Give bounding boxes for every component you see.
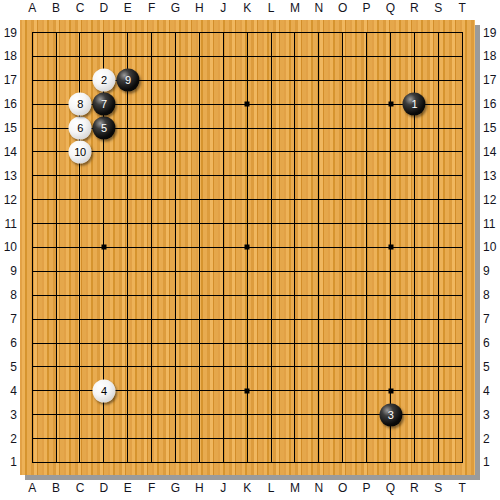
coord-label-row-right: 3 bbox=[483, 408, 490, 422]
star-point bbox=[245, 388, 250, 393]
coord-label-row-left: 2 bbox=[0, 432, 17, 446]
coord-label-column-bottom: H bbox=[195, 481, 204, 495]
stone-move-2: 2 bbox=[92, 69, 115, 92]
star-point bbox=[388, 102, 393, 107]
grid-line-vertical bbox=[318, 32, 319, 463]
stone-move-10: 10 bbox=[68, 140, 91, 163]
coord-label-row-right: 12 bbox=[483, 193, 496, 207]
grid-line-vertical bbox=[342, 32, 343, 463]
grid-line-horizontal bbox=[32, 438, 463, 439]
coord-label-column-top: B bbox=[52, 1, 60, 15]
coord-label-row-right: 6 bbox=[483, 336, 490, 350]
coord-label-column-top: E bbox=[124, 1, 132, 15]
coord-label-column-top: J bbox=[220, 1, 226, 15]
coord-label-row-right: 11 bbox=[483, 217, 495, 231]
coord-label-column-bottom: E bbox=[124, 481, 132, 495]
coord-label-row-right: 8 bbox=[483, 288, 490, 302]
coord-label-column-top: N bbox=[315, 1, 324, 15]
stone-number: 5 bbox=[101, 123, 107, 134]
coord-label-column-bottom: C bbox=[76, 481, 85, 495]
stone-number: 6 bbox=[77, 123, 83, 134]
stone-move-5: 5 bbox=[92, 117, 115, 140]
coord-label-row-left: 11 bbox=[0, 217, 17, 231]
coord-label-row-right: 9 bbox=[483, 264, 490, 278]
coord-label-row-left: 19 bbox=[0, 26, 17, 40]
coord-label-column-top: F bbox=[148, 1, 155, 15]
coord-label-row-left: 8 bbox=[0, 288, 17, 302]
grid-line-vertical bbox=[438, 32, 439, 463]
coord-label-column-bottom: G bbox=[171, 481, 180, 495]
coord-label-row-left: 7 bbox=[0, 312, 17, 326]
coord-label-column-bottom: J bbox=[220, 481, 226, 495]
coord-label-column-bottom: A bbox=[28, 481, 36, 495]
grid-line-horizontal bbox=[32, 462, 463, 463]
grid-line-vertical bbox=[462, 32, 463, 463]
stone-move-4: 4 bbox=[92, 379, 115, 402]
grid-line-horizontal bbox=[32, 343, 463, 344]
coord-label-column-bottom: S bbox=[434, 481, 442, 495]
coord-label-row-right: 1 bbox=[483, 455, 490, 469]
coord-label-row-left: 3 bbox=[0, 408, 17, 422]
coord-label-row-left: 4 bbox=[0, 384, 17, 398]
coord-label-row-left: 5 bbox=[0, 360, 17, 374]
stone-number: 1 bbox=[412, 99, 418, 110]
grid-line-horizontal bbox=[32, 366, 463, 367]
coord-label-column-top: C bbox=[76, 1, 85, 15]
coord-label-column-bottom: N bbox=[315, 481, 324, 495]
coord-label-column-top: Q bbox=[386, 1, 395, 15]
coord-label-row-right: 15 bbox=[483, 121, 496, 135]
coord-label-column-bottom: O bbox=[338, 481, 347, 495]
grid-line-vertical bbox=[294, 32, 295, 463]
stone-move-1: 1 bbox=[403, 93, 426, 116]
coord-label-column-top: O bbox=[338, 1, 347, 15]
grid-line-horizontal bbox=[32, 295, 463, 296]
stone-move-7: 7 bbox=[92, 93, 115, 116]
coord-label-row-left: 14 bbox=[0, 145, 17, 159]
coord-label-column-bottom: Q bbox=[386, 481, 395, 495]
coord-label-column-top: G bbox=[171, 1, 180, 15]
coord-label-row-left: 9 bbox=[0, 264, 17, 278]
coord-label-column-top: P bbox=[363, 1, 371, 15]
coord-label-column-top: S bbox=[434, 1, 442, 15]
stone-number: 8 bbox=[77, 99, 83, 110]
coord-label-column-top: T bbox=[459, 1, 466, 15]
coord-label-row-left: 13 bbox=[0, 169, 17, 183]
coord-label-column-bottom: P bbox=[363, 481, 371, 495]
coord-label-row-left: 6 bbox=[0, 336, 17, 350]
coord-label-column-top: L bbox=[268, 1, 275, 15]
grid-line-vertical bbox=[271, 32, 272, 463]
coord-label-column-top: H bbox=[195, 1, 204, 15]
coord-label-column-bottom: B bbox=[52, 481, 60, 495]
stone-number: 10 bbox=[74, 146, 85, 157]
coord-label-column-bottom: D bbox=[100, 481, 109, 495]
star-point bbox=[388, 245, 393, 250]
coord-label-row-left: 10 bbox=[0, 240, 17, 254]
coord-label-column-top: R bbox=[410, 1, 419, 15]
coord-label-column-bottom: L bbox=[268, 481, 275, 495]
coord-label-row-right: 19 bbox=[483, 26, 496, 40]
grid-line-horizontal bbox=[32, 319, 463, 320]
coord-label-column-bottom: T bbox=[459, 481, 466, 495]
stone-number: 4 bbox=[101, 385, 107, 396]
coord-label-column-top: A bbox=[28, 1, 36, 15]
coord-label-column-top: M bbox=[290, 1, 300, 15]
coord-label-row-right: 13 bbox=[483, 169, 496, 183]
stone-number: 2 bbox=[101, 75, 107, 86]
coord-label-column-bottom: F bbox=[148, 481, 155, 495]
star-point bbox=[245, 245, 250, 250]
star-point bbox=[101, 245, 106, 250]
coord-label-column-top: K bbox=[243, 1, 251, 15]
coord-label-row-right: 4 bbox=[483, 384, 490, 398]
coord-label-row-left: 12 bbox=[0, 193, 17, 207]
coord-label-row-left: 1 bbox=[0, 455, 17, 469]
go-board-diagram: AABBCCDDEEFFGGHHJJKKLLMMNNOOPPQQRRSSTT19… bbox=[0, 0, 500, 500]
stone-move-6: 6 bbox=[68, 117, 91, 140]
coord-label-row-right: 10 bbox=[483, 240, 496, 254]
stone-number: 3 bbox=[388, 409, 394, 420]
coord-label-row-right: 7 bbox=[483, 312, 490, 326]
coord-label-row-right: 14 bbox=[483, 145, 496, 159]
coord-label-row-right: 17 bbox=[483, 73, 496, 87]
coord-label-row-left: 18 bbox=[0, 49, 17, 63]
coord-label-row-right: 18 bbox=[483, 49, 496, 63]
coord-label-row-right: 2 bbox=[483, 432, 490, 446]
coord-label-row-right: 5 bbox=[483, 360, 490, 374]
grid-line-horizontal bbox=[32, 271, 463, 272]
stone-number: 7 bbox=[101, 99, 107, 110]
stone-move-9: 9 bbox=[116, 69, 139, 92]
coord-label-row-left: 16 bbox=[0, 97, 17, 111]
grid-line-vertical bbox=[366, 32, 367, 463]
stone-move-8: 8 bbox=[68, 93, 91, 116]
coord-label-column-bottom: M bbox=[290, 481, 300, 495]
coord-label-column-bottom: R bbox=[410, 481, 419, 495]
stone-number: 9 bbox=[125, 75, 131, 86]
coord-label-row-left: 17 bbox=[0, 73, 17, 87]
star-point bbox=[388, 388, 393, 393]
stone-move-3: 3 bbox=[379, 403, 402, 426]
coord-label-row-right: 16 bbox=[483, 97, 496, 111]
star-point bbox=[245, 102, 250, 107]
coord-label-row-left: 15 bbox=[0, 121, 17, 135]
coord-label-column-bottom: K bbox=[243, 481, 251, 495]
coord-label-column-top: D bbox=[100, 1, 109, 15]
